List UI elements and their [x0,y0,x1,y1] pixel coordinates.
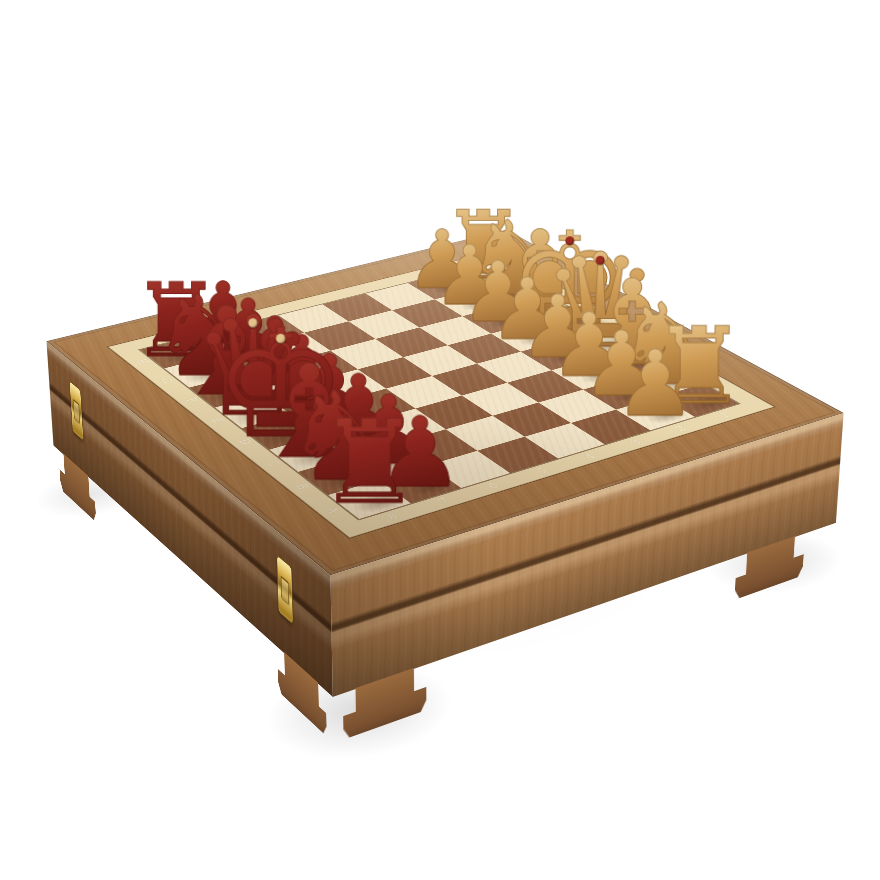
brass-clasp [277,554,294,625]
piece-white-pawn: ♟ [562,339,748,430]
scene-stage: HGFEDCBA87654321 ♜♞♝♚♛♝♞♜♟♟♟♟♟♟♟♟♟♟♟♟♟♟♟… [0,0,880,880]
product-photo: HGFEDCBA87654321 ♜♞♝♚♛♝♞♜♟♟♟♟♟♟♟♟♟♟♟♟♟♟♟… [0,0,880,880]
chess-box: HGFEDCBA87654321 ♜♞♝♚♛♝♞♜♟♟♟♟♟♟♟♟♟♟♟♟♟♟♟… [46,230,843,575]
brass-clasp [69,380,84,441]
